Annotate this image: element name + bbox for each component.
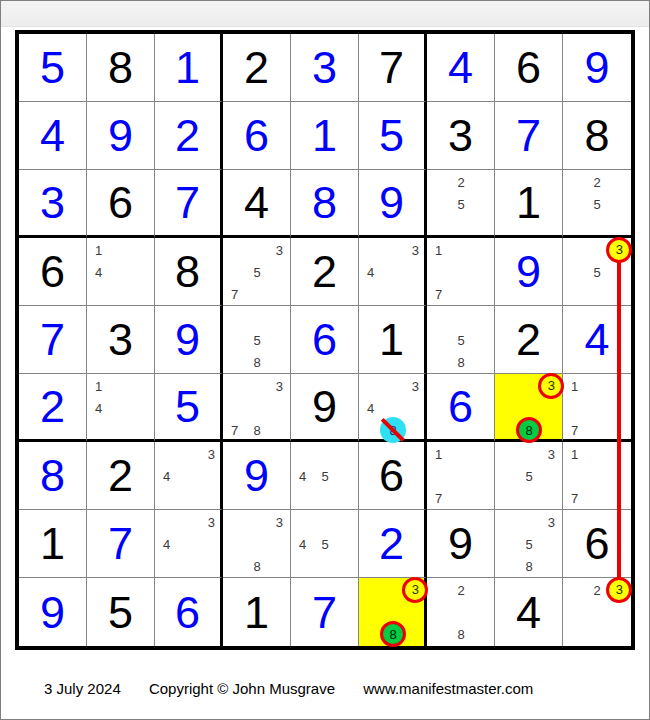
solved-digit: 9: [495, 238, 562, 305]
cell-r9c4[interactable]: 1: [223, 578, 291, 646]
green-circled-candidate-8: 8: [380, 621, 406, 647]
pencil-mark: 4: [299, 538, 306, 551]
cell-r6c6[interactable]: 348: [359, 374, 427, 442]
cell-r9c5[interactable]: 7: [291, 578, 359, 646]
website-link[interactable]: www.manifestmaster.com: [363, 680, 533, 697]
pencil-mark: 1: [435, 243, 442, 256]
given-digit: 3: [427, 102, 494, 169]
pencil-mark: 5: [525, 470, 532, 483]
solved-digit: 4: [19, 102, 86, 169]
solved-digit: 9: [223, 442, 290, 509]
solved-digit: 2: [359, 510, 424, 577]
pencil-mark: 5: [321, 538, 328, 551]
green-circled-candidate-8: 8: [516, 417, 542, 443]
cell-r7c7[interactable]: 17: [427, 442, 495, 510]
given-digit: 1: [19, 510, 86, 577]
given-digit: 8: [155, 238, 220, 305]
cell-r5c4[interactable]: 58: [223, 306, 291, 374]
given-digit: 1: [223, 578, 290, 646]
cell-r1c3[interactable]: 1: [155, 34, 223, 102]
pencil-mark: 3: [276, 243, 283, 256]
pencil-mark: 2: [457, 583, 464, 596]
given-digit: 9: [427, 510, 494, 577]
solved-digit: 9: [87, 102, 154, 169]
solved-digit: 1: [155, 34, 220, 101]
given-digit: 2: [223, 34, 290, 101]
pencil-mark: 3: [276, 379, 283, 392]
cell-r3c6[interactable]: 9: [359, 170, 427, 238]
pencil-mark: 7: [435, 492, 442, 505]
solved-digit: 5: [155, 374, 220, 439]
cell-r3c4[interactable]: 4: [223, 170, 291, 238]
date-text: 3 July 2024: [44, 680, 121, 697]
cell-r4c6[interactable]: 34: [359, 238, 427, 306]
pencil-mark: 8: [457, 628, 464, 641]
cell-r2c6[interactable]: 5: [359, 102, 427, 170]
given-digit: 2: [87, 442, 154, 509]
cell-r6c1[interactable]: 2: [19, 374, 87, 442]
pencil-mark: 5: [321, 470, 328, 483]
cell-r4c2[interactable]: 14: [87, 238, 155, 306]
cell-r5c7[interactable]: 58: [427, 306, 495, 374]
footer-caption: 3 July 2024 Copyright © John Musgrave ww…: [44, 680, 533, 697]
cell-r3c2[interactable]: 6: [87, 170, 155, 238]
pencil-mark: 5: [253, 334, 260, 347]
pencil-mark: 5: [593, 266, 600, 279]
pencil-mark: 8: [253, 424, 260, 437]
cell-r1c6[interactable]: 7: [359, 34, 427, 102]
solved-digit: 5: [359, 102, 424, 169]
yellow-circled-candidate-3: 3: [402, 577, 428, 603]
pencil-mark: 8: [525, 560, 532, 573]
cell-r6c4[interactable]: 378: [223, 374, 291, 442]
cell-r1c1[interactable]: 5: [19, 34, 87, 102]
cell-r6c2[interactable]: 14: [87, 374, 155, 442]
cell-r8c4[interactable]: 38: [223, 510, 291, 578]
yellow-circled-candidate-3: 3: [538, 373, 564, 399]
pencil-mark: 4: [163, 538, 170, 551]
pencil-mark: 3: [208, 515, 215, 528]
cell-r3c7[interactable]: 25: [427, 170, 495, 238]
cell-r4c3[interactable]: 8: [155, 238, 223, 306]
pencil-mark: 3: [548, 515, 555, 528]
cell-r3c9[interactable]: 25: [563, 170, 631, 238]
cell-r2c9[interactable]: 8: [563, 102, 631, 170]
solved-digit: 7: [87, 510, 154, 577]
solved-digit: 8: [291, 170, 358, 235]
pencil-mark: 8: [253, 560, 260, 573]
solved-digit: 2: [19, 374, 86, 439]
cell-r5c5[interactable]: 6: [291, 306, 359, 374]
given-digit: 2: [495, 306, 562, 373]
page: 5812374694926153783674892512561483572341…: [0, 0, 650, 720]
solved-digit: 7: [495, 102, 562, 169]
cell-r2c4[interactable]: 6: [223, 102, 291, 170]
pencil-mark: 7: [231, 424, 238, 437]
cell-r8c7[interactable]: 9: [427, 510, 495, 578]
cell-r2c1[interactable]: 4: [19, 102, 87, 170]
given-digit: 6: [359, 442, 424, 509]
pencil-mark: 7: [571, 492, 578, 505]
cell-r7c8[interactable]: 35: [495, 442, 563, 510]
cell-r7c1[interactable]: 8: [19, 442, 87, 510]
cell-r8c1[interactable]: 1: [19, 510, 87, 578]
pencil-mark: 2: [593, 583, 600, 596]
given-digit: 6: [495, 34, 562, 101]
pencil-mark: 1: [571, 379, 578, 392]
cell-r9c2[interactable]: 5: [87, 578, 155, 646]
given-digit: 8: [87, 34, 154, 101]
solved-digit: 6: [155, 578, 220, 646]
cell-r9c8[interactable]: 4: [495, 578, 563, 646]
cell-r6c8[interactable]: 38: [495, 374, 563, 442]
cell-r8c3[interactable]: 34: [155, 510, 223, 578]
cell-r7c6[interactable]: 6: [359, 442, 427, 510]
pencil-mark: 5: [457, 198, 464, 211]
cyan-cross-candidate-8: 8: [380, 417, 406, 443]
pencil-mark: 4: [95, 402, 102, 415]
pencil-mark: 8: [253, 356, 260, 369]
yellow-circled-candidate-3: 3: [606, 577, 632, 603]
pencil-mark: 1: [571, 447, 578, 460]
pencil-mark: 5: [593, 198, 600, 211]
solved-digit: 7: [19, 306, 86, 373]
pencil-mark: 7: [571, 424, 578, 437]
window-titlebar: [1, 1, 649, 27]
cell-r8c6[interactable]: 2: [359, 510, 427, 578]
given-digit: 3: [87, 306, 154, 373]
cell-r5c6[interactable]: 1: [359, 306, 427, 374]
cell-r4c1[interactable]: 6: [19, 238, 87, 306]
given-digit: 7: [359, 34, 424, 101]
cell-r8c8[interactable]: 358: [495, 510, 563, 578]
given-digit: 4: [223, 170, 290, 235]
pencil-mark: 1: [95, 379, 102, 392]
solved-digit: 1: [291, 102, 358, 169]
cell-r8c2[interactable]: 7: [87, 510, 155, 578]
cell-r9c9[interactable]: 23: [563, 578, 631, 646]
cell-r2c2[interactable]: 9: [87, 102, 155, 170]
solved-digit: 7: [155, 170, 220, 235]
pencil-mark: 3: [412, 243, 419, 256]
given-digit: 8: [563, 102, 631, 169]
solved-digit: 9: [359, 170, 424, 235]
pencil-mark: 1: [95, 243, 102, 256]
pencil-mark: 4: [367, 402, 374, 415]
pencil-mark: 5: [457, 334, 464, 347]
pencil-mark: 3: [412, 379, 419, 392]
solved-digit: 9: [155, 306, 220, 373]
copyright-text: Copyright © John Musgrave: [149, 680, 335, 697]
cell-r3c1[interactable]: 3: [19, 170, 87, 238]
pencil-mark: 4: [163, 470, 170, 483]
pencil-mark: 5: [525, 538, 532, 551]
cell-r4c8[interactable]: 9: [495, 238, 563, 306]
given-digit: 1: [359, 306, 424, 373]
given-digit: 2: [291, 238, 358, 305]
cell-r9c6[interactable]: 38: [359, 578, 427, 646]
solved-digit: 3: [19, 170, 86, 235]
given-digit: 1: [495, 170, 562, 235]
pencil-mark: 1: [435, 447, 442, 460]
given-digit: 9: [291, 374, 358, 439]
pencil-mark: 4: [95, 266, 102, 279]
pencil-mark: 3: [548, 447, 555, 460]
cell-r7c3[interactable]: 34: [155, 442, 223, 510]
cell-r9c1[interactable]: 9: [19, 578, 87, 646]
pencil-mark: 5: [253, 266, 260, 279]
chain-link-line: [617, 250, 621, 590]
pencil-mark: 3: [208, 447, 215, 460]
cell-r5c1[interactable]: 7: [19, 306, 87, 374]
cell-r1c4[interactable]: 2: [223, 34, 291, 102]
given-digit: 4: [495, 578, 562, 646]
cell-r9c7[interactable]: 28: [427, 578, 495, 646]
solved-digit: 8: [19, 442, 86, 509]
cell-r5c3[interactable]: 9: [155, 306, 223, 374]
pencil-mark: 2: [457, 175, 464, 188]
cell-r6c3[interactable]: 5: [155, 374, 223, 442]
cell-r5c8[interactable]: 2: [495, 306, 563, 374]
cell-r1c5[interactable]: 3: [291, 34, 359, 102]
cell-r4c7[interactable]: 17: [427, 238, 495, 306]
solved-digit: 9: [19, 578, 86, 646]
cell-r2c3[interactable]: 2: [155, 102, 223, 170]
solved-digit: 3: [291, 34, 358, 101]
pencil-mark: 3: [276, 515, 283, 528]
solved-digit: 6: [291, 306, 358, 373]
cell-r6c7[interactable]: 6: [427, 374, 495, 442]
cell-r1c9[interactable]: 9: [563, 34, 631, 102]
solved-digit: 6: [427, 374, 494, 439]
pencil-mark: 8: [457, 356, 464, 369]
cell-r6c5[interactable]: 9: [291, 374, 359, 442]
cell-r4c5[interactable]: 2: [291, 238, 359, 306]
cell-r9c3[interactable]: 6: [155, 578, 223, 646]
cell-r1c7[interactable]: 4: [427, 34, 495, 102]
yellow-circled-candidate-3: 3: [606, 237, 632, 263]
sudoku-board: 5812374694926153783674892512561483572341…: [15, 30, 635, 650]
cell-r7c5[interactable]: 45: [291, 442, 359, 510]
solved-digit: 6: [223, 102, 290, 169]
pencil-mark: 7: [435, 288, 442, 301]
cell-r1c2[interactable]: 8: [87, 34, 155, 102]
cell-r8c5[interactable]: 45: [291, 510, 359, 578]
cell-r3c3[interactable]: 7: [155, 170, 223, 238]
given-digit: 6: [87, 170, 154, 235]
solved-digit: 7: [291, 578, 358, 646]
pencil-mark: 2: [593, 175, 600, 188]
solved-digit: 4: [427, 34, 494, 101]
cell-r2c5[interactable]: 1: [291, 102, 359, 170]
cell-r1c8[interactable]: 6: [495, 34, 563, 102]
cell-r7c2[interactable]: 2: [87, 442, 155, 510]
solved-digit: 9: [563, 34, 631, 101]
given-digit: 6: [19, 238, 86, 305]
cell-r3c5[interactable]: 8: [291, 170, 359, 238]
cell-r2c7[interactable]: 3: [427, 102, 495, 170]
cell-r5c2[interactable]: 3: [87, 306, 155, 374]
solved-digit: 5: [19, 34, 86, 101]
given-digit: 5: [87, 578, 154, 646]
cell-r3c8[interactable]: 1: [495, 170, 563, 238]
pencil-mark: 7: [231, 288, 238, 301]
solved-digit: 2: [155, 102, 220, 169]
cell-r2c8[interactable]: 7: [495, 102, 563, 170]
cell-r7c4[interactable]: 9: [223, 442, 291, 510]
pencil-mark: 4: [367, 266, 374, 279]
pencil-mark: 4: [299, 470, 306, 483]
cell-r4c4[interactable]: 357: [223, 238, 291, 306]
